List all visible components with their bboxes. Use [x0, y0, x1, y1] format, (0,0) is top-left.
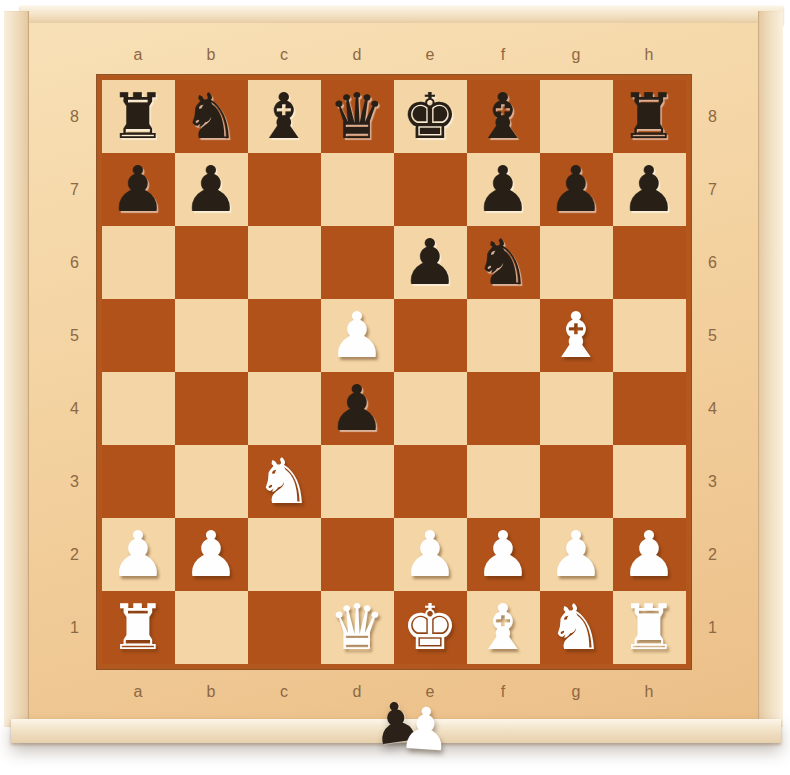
- board-area: abcdefgh 87654321 ♜♞♝♛♚♝♜♟♟♟♟♟♟♞♟♝♟♞♟♟♟♟…: [53, 35, 735, 715]
- square-f7[interactable]: ♟: [467, 153, 540, 226]
- file-label-a: a: [102, 669, 175, 715]
- square-b2[interactable]: ♟: [175, 518, 248, 591]
- square-a3[interactable]: [102, 445, 175, 518]
- file-label-h: h: [613, 669, 686, 715]
- white-pawn[interactable]: ♟: [613, 518, 686, 591]
- square-e6[interactable]: ♟: [394, 226, 467, 299]
- white-pawn[interactable]: ♟: [540, 518, 613, 591]
- square-c3[interactable]: ♞: [248, 445, 321, 518]
- file-label-f: f: [467, 35, 540, 75]
- rank-label-8: 8: [691, 80, 735, 153]
- file-label-f: f: [467, 669, 540, 715]
- file-label-c: c: [248, 35, 321, 75]
- square-d1[interactable]: ♛: [321, 591, 394, 664]
- rank-label-7: 7: [691, 153, 735, 226]
- square-d5[interactable]: ♟: [321, 299, 394, 372]
- rank-label-1: 1: [691, 591, 735, 664]
- board-panel: abcdefgh 87654321 ♜♞♝♛♚♝♜♟♟♟♟♟♟♞♟♝♟♞♟♟♟♟…: [28, 23, 759, 722]
- square-b3[interactable]: [175, 445, 248, 518]
- black-pawn[interactable]: ♟: [321, 372, 394, 445]
- square-g4[interactable]: [540, 372, 613, 445]
- file-label-a: a: [102, 35, 175, 75]
- file-label-g: g: [540, 35, 613, 75]
- rank-label-2: 2: [691, 518, 735, 591]
- square-b8[interactable]: ♞: [175, 80, 248, 153]
- square-c4[interactable]: [248, 372, 321, 445]
- square-a1[interactable]: ♜: [102, 591, 175, 664]
- square-c7[interactable]: [248, 153, 321, 226]
- square-b5[interactable]: [175, 299, 248, 372]
- rank-label-4: 4: [691, 372, 735, 445]
- black-pawn[interactable]: ♟: [467, 153, 540, 226]
- square-e2[interactable]: ♟: [394, 518, 467, 591]
- file-label-e: e: [394, 35, 467, 75]
- square-h1[interactable]: ♜: [613, 591, 686, 664]
- square-h5[interactable]: [613, 299, 686, 372]
- white-queen[interactable]: ♛: [321, 591, 394, 664]
- square-a4[interactable]: [102, 372, 175, 445]
- square-f2[interactable]: ♟: [467, 518, 540, 591]
- rank-label-6: 6: [691, 226, 735, 299]
- chess-board[interactable]: ♜♞♝♛♚♝♜♟♟♟♟♟♟♞♟♝♟♞♟♟♟♟♟♟♜♛♚♝♞♜: [97, 75, 691, 669]
- black-pawn[interactable]: ♟: [175, 153, 248, 226]
- white-pawn[interactable]: ♟: [102, 518, 175, 591]
- white-knight[interactable]: ♞: [540, 591, 613, 664]
- square-b4[interactable]: [175, 372, 248, 445]
- square-b6[interactable]: [175, 226, 248, 299]
- square-h2[interactable]: ♟: [613, 518, 686, 591]
- square-g1[interactable]: ♞: [540, 591, 613, 664]
- square-g6[interactable]: [540, 226, 613, 299]
- rank-label-3: 3: [691, 445, 735, 518]
- white-pawn[interactable]: ♟: [394, 518, 467, 591]
- white-knight[interactable]: ♞: [248, 445, 321, 518]
- square-c6[interactable]: [248, 226, 321, 299]
- white-bishop[interactable]: ♝: [540, 299, 613, 372]
- demo-board-unit: abcdefgh 87654321 ♜♞♝♛♚♝♜♟♟♟♟♟♟♞♟♝♟♞♟♟♟♟…: [4, 6, 783, 743]
- square-f6[interactable]: ♞: [467, 226, 540, 299]
- rank-label-1: 1: [53, 591, 97, 664]
- file-label-h: h: [613, 35, 686, 75]
- frame-right-rail: [758, 11, 783, 727]
- file-label-c: c: [248, 669, 321, 715]
- black-queen[interactable]: ♛: [321, 80, 394, 153]
- square-a5[interactable]: [102, 299, 175, 372]
- square-h7[interactable]: ♟: [613, 153, 686, 226]
- square-g8[interactable]: [540, 80, 613, 153]
- black-knight[interactable]: ♞: [175, 80, 248, 153]
- square-e5[interactable]: [394, 299, 467, 372]
- white-bishop[interactable]: ♝: [467, 591, 540, 664]
- square-g3[interactable]: [540, 445, 613, 518]
- square-h4[interactable]: [613, 372, 686, 445]
- white-pawn[interactable]: ♟: [321, 299, 394, 372]
- square-h6[interactable]: [613, 226, 686, 299]
- black-knight[interactable]: ♞: [467, 226, 540, 299]
- black-pawn[interactable]: ♟: [394, 226, 467, 299]
- white-king[interactable]: ♚: [394, 591, 467, 664]
- white-rook[interactable]: ♜: [102, 591, 175, 664]
- square-d4[interactable]: ♟: [321, 372, 394, 445]
- file-label-d: d: [321, 35, 394, 75]
- black-pawn[interactable]: ♟: [540, 153, 613, 226]
- rank-label-8: 8: [53, 80, 97, 153]
- square-d2[interactable]: [321, 518, 394, 591]
- black-pawn[interactable]: ♟: [613, 153, 686, 226]
- square-c5[interactable]: [248, 299, 321, 372]
- rank-labels-left: 87654321: [53, 75, 97, 669]
- black-rook[interactable]: ♜: [102, 80, 175, 153]
- square-d3[interactable]: [321, 445, 394, 518]
- rank-label-7: 7: [53, 153, 97, 226]
- square-g2[interactable]: ♟: [540, 518, 613, 591]
- square-a6[interactable]: [102, 226, 175, 299]
- square-e3[interactable]: [394, 445, 467, 518]
- rank-label-5: 5: [53, 299, 97, 372]
- rank-label-2: 2: [53, 518, 97, 591]
- file-label-b: b: [175, 669, 248, 715]
- square-f8[interactable]: ♝: [467, 80, 540, 153]
- square-e7[interactable]: [394, 153, 467, 226]
- square-a2[interactable]: ♟: [102, 518, 175, 591]
- black-rook[interactable]: ♜: [613, 80, 686, 153]
- square-g5[interactable]: ♝: [540, 299, 613, 372]
- white-rook[interactable]: ♜: [613, 591, 686, 664]
- black-pawn[interactable]: ♟: [102, 153, 175, 226]
- square-e4[interactable]: [394, 372, 467, 445]
- square-f1[interactable]: ♝: [467, 591, 540, 664]
- square-c1[interactable]: [248, 591, 321, 664]
- square-a7[interactable]: ♟: [102, 153, 175, 226]
- white-pawn[interactable]: ♟: [467, 518, 540, 591]
- black-bishop[interactable]: ♝: [248, 80, 321, 153]
- captured-white-pawn[interactable]: ♟: [397, 698, 453, 759]
- square-e8[interactable]: ♚: [394, 80, 467, 153]
- square-f4[interactable]: [467, 372, 540, 445]
- square-h3[interactable]: [613, 445, 686, 518]
- square-e1[interactable]: ♚: [394, 591, 467, 664]
- square-c8[interactable]: ♝: [248, 80, 321, 153]
- rank-labels-right: 87654321: [691, 75, 735, 669]
- rank-label-3: 3: [53, 445, 97, 518]
- black-king[interactable]: ♚: [394, 80, 467, 153]
- square-f3[interactable]: [467, 445, 540, 518]
- square-d7[interactable]: [321, 153, 394, 226]
- square-a8[interactable]: ♜: [102, 80, 175, 153]
- file-labels-top: abcdefgh: [97, 35, 691, 75]
- rank-label-5: 5: [691, 299, 735, 372]
- white-pawn[interactable]: ♟: [175, 518, 248, 591]
- square-h8[interactable]: ♜: [613, 80, 686, 153]
- frame-left-rail: [4, 11, 29, 727]
- file-label-b: b: [175, 35, 248, 75]
- square-b1[interactable]: [175, 591, 248, 664]
- square-d6[interactable]: [321, 226, 394, 299]
- square-b7[interactable]: ♟: [175, 153, 248, 226]
- rank-label-6: 6: [53, 226, 97, 299]
- square-f5[interactable]: [467, 299, 540, 372]
- black-bishop[interactable]: ♝: [467, 80, 540, 153]
- square-c2[interactable]: [248, 518, 321, 591]
- square-d8[interactable]: ♛: [321, 80, 394, 153]
- rank-label-4: 4: [53, 372, 97, 445]
- square-g7[interactable]: ♟: [540, 153, 613, 226]
- file-label-g: g: [540, 669, 613, 715]
